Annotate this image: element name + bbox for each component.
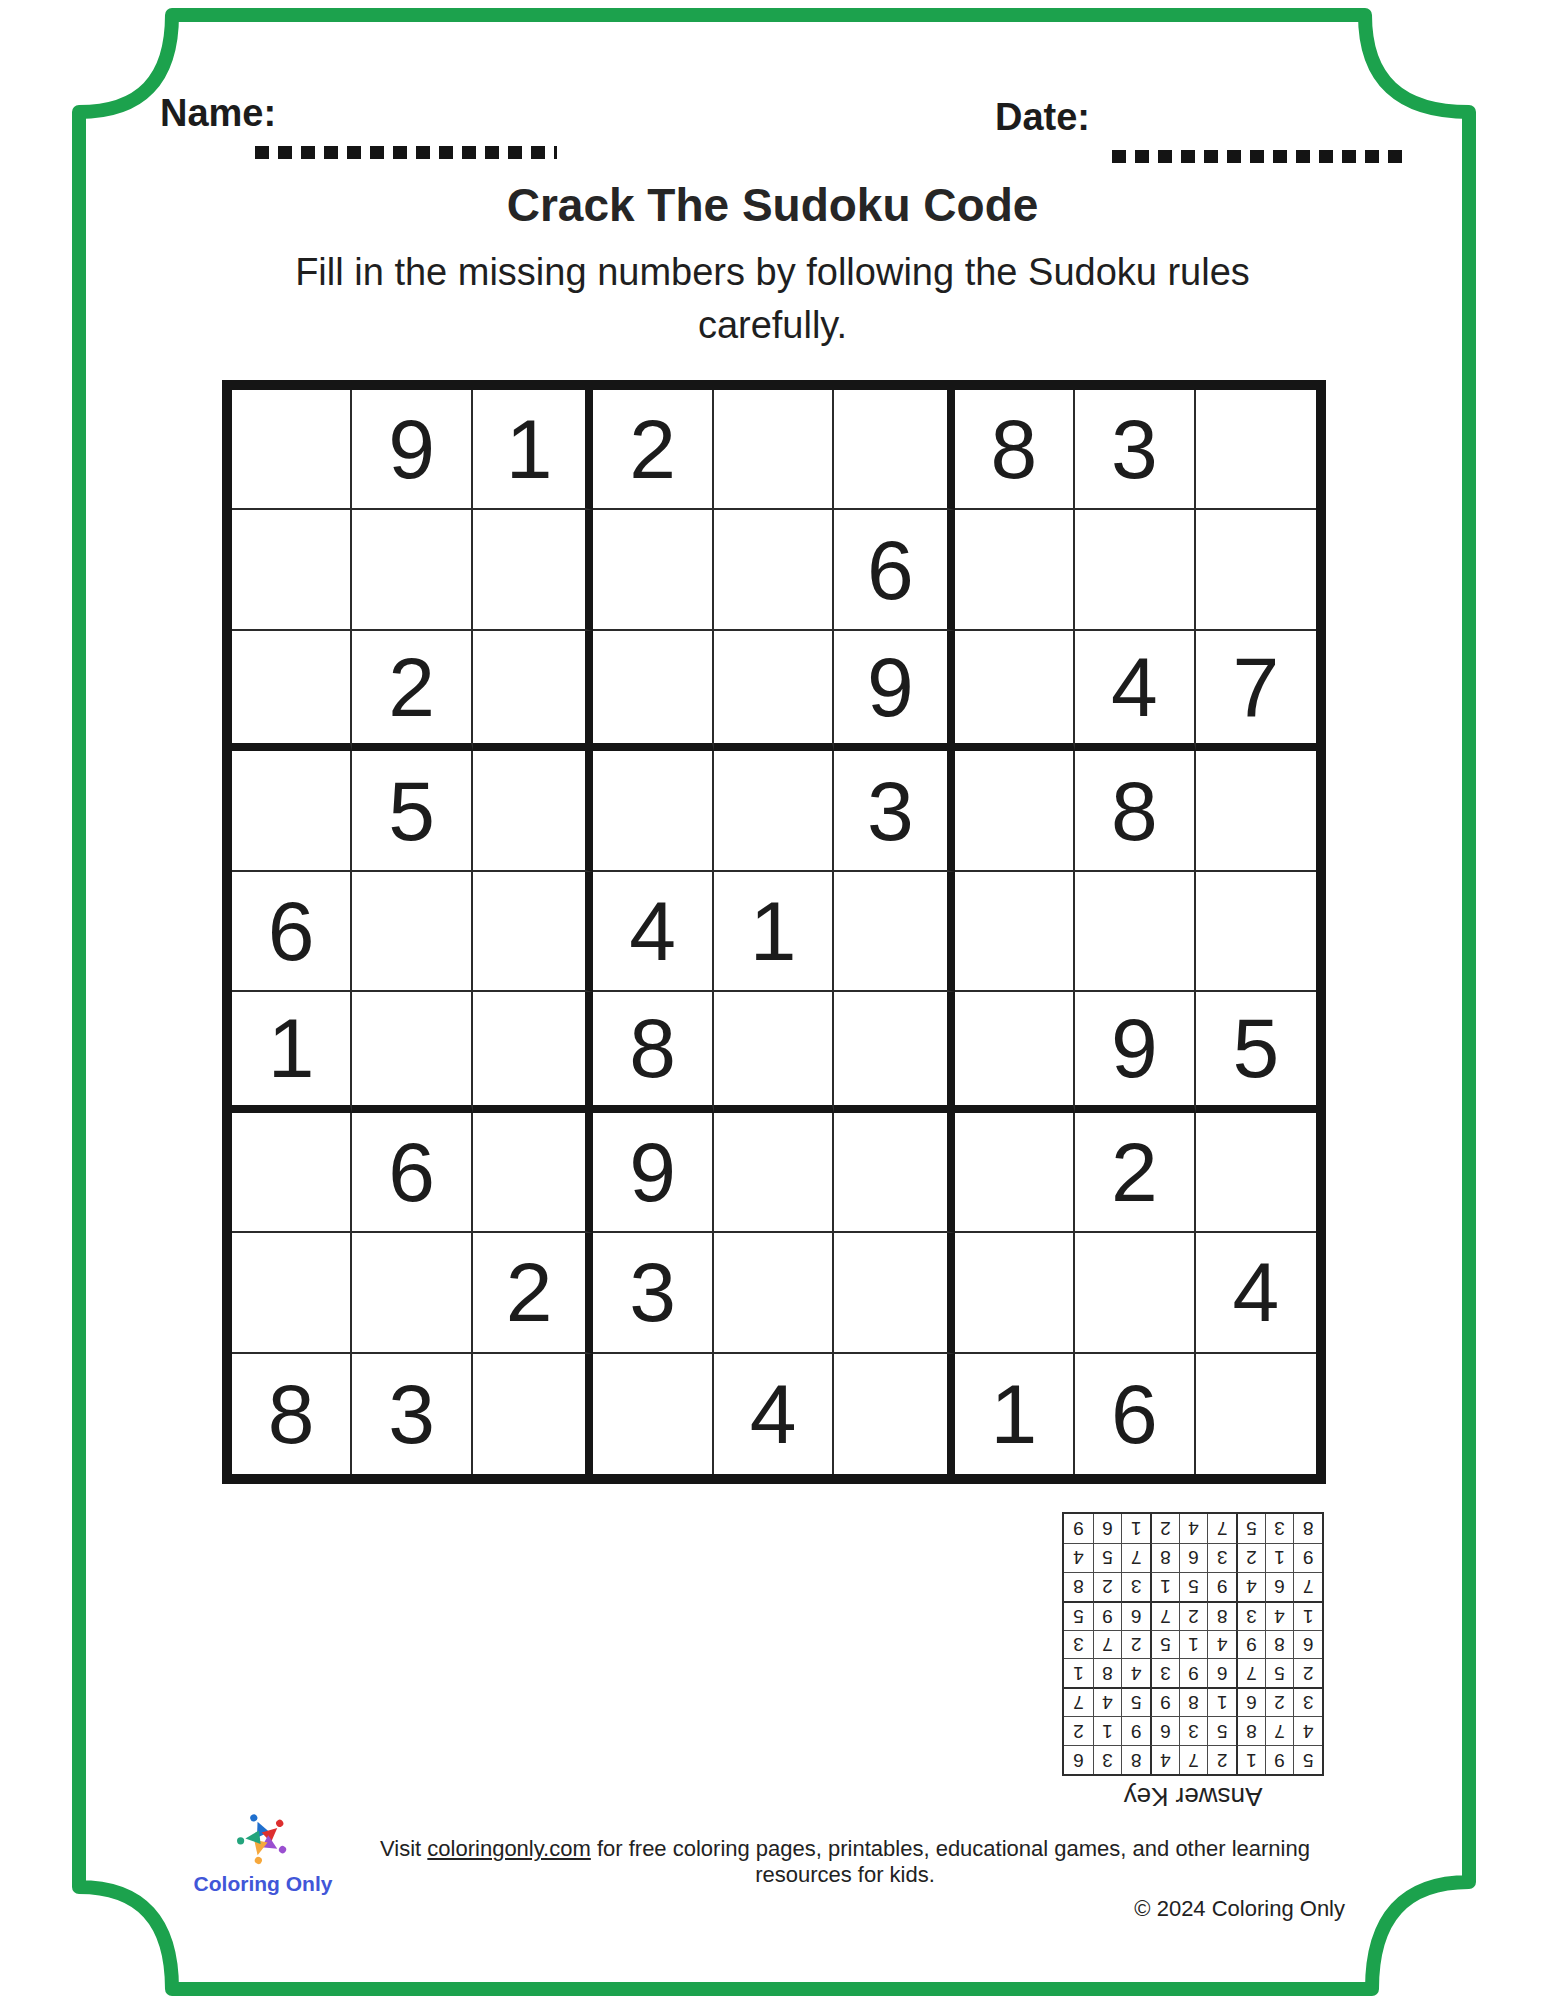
date-fill-line[interactable] [1112, 150, 1404, 163]
answer-key-cell-r7c5: 5 [1179, 1572, 1208, 1601]
sudoku-cell-r1c3: 1 [473, 390, 593, 510]
answer-key-cell-r6c6: 7 [1150, 1601, 1179, 1630]
answer-key-grid: 5912748364785369123261895472576934816894… [1062, 1512, 1324, 1776]
answer-key-cell-r5c2: 8 [1265, 1630, 1294, 1659]
answer-key-cell-r3c2: 2 [1265, 1687, 1294, 1716]
sudoku-cell-r9c5: 4 [714, 1354, 834, 1474]
sudoku-cell-r4c7[interactable] [955, 751, 1075, 871]
sudoku-cell-r9c9[interactable] [1196, 1354, 1316, 1474]
answer-key-cell-r8c6: 8 [1150, 1543, 1179, 1572]
answer-key-cell-r7c1: 7 [1293, 1572, 1322, 1601]
sudoku-cell-r7c1[interactable] [232, 1113, 352, 1233]
answer-key-cell-r1c7: 8 [1121, 1745, 1150, 1774]
sudoku-cell-r9c7: 1 [955, 1354, 1075, 1474]
sudoku-cell-r4c9[interactable] [1196, 751, 1316, 871]
sudoku-cell-r1c4: 2 [593, 390, 713, 510]
answer-key-cell-r9c6: 2 [1150, 1514, 1179, 1543]
coloringonly-link[interactable]: coloringonly.com [427, 1836, 590, 1861]
copyright-text: © 2024 Coloring Only [345, 1896, 1345, 1922]
answer-key-cell-r5c7: 2 [1121, 1630, 1150, 1659]
answer-key-cell-r5c5: 1 [1179, 1630, 1208, 1659]
answer-key-cell-r8c2: 1 [1265, 1543, 1294, 1572]
sudoku-cell-r2c9[interactable] [1196, 510, 1316, 630]
answer-key-cell-r7c9: 8 [1064, 1572, 1093, 1601]
sudoku-cell-r2c5[interactable] [714, 510, 834, 630]
sudoku-cell-r6c7[interactable] [955, 992, 1075, 1112]
sudoku-cell-r5c1: 6 [232, 872, 352, 992]
footer: Visit coloringonly.com for free coloring… [345, 1836, 1345, 1922]
answer-key-cell-r7c7: 3 [1121, 1572, 1150, 1601]
answer-key-cell-r3c7: 5 [1121, 1687, 1150, 1716]
instructions-line-1: Fill in the missing numbers by following… [0, 246, 1545, 299]
brand-name: Coloring Only [178, 1872, 348, 1896]
sudoku-cell-r2c2[interactable] [352, 510, 472, 630]
answer-key-cell-r3c6: 9 [1150, 1687, 1179, 1716]
answer-key-cell-r2c5: 3 [1179, 1716, 1208, 1745]
answer-key-cell-r9c4: 7 [1207, 1514, 1236, 1543]
sudoku-cell-r1c5[interactable] [714, 390, 834, 510]
answer-key-cell-r7c6: 1 [1150, 1572, 1179, 1601]
sudoku-cell-r8c3: 2 [473, 1233, 593, 1353]
answer-key-cell-r4c1: 2 [1293, 1658, 1322, 1687]
answer-key-cell-r3c1: 3 [1293, 1687, 1322, 1716]
answer-key-cell-r3c9: 7 [1064, 1687, 1093, 1716]
answer-key-cell-r8c7: 7 [1121, 1543, 1150, 1572]
answer-key-cell-r5c3: 9 [1236, 1630, 1265, 1659]
answer-key-cell-r6c3: 3 [1236, 1601, 1265, 1630]
answer-key-section: 5912748364785369123261895472576934816894… [1062, 1512, 1324, 1812]
answer-key-cell-r2c1: 4 [1293, 1716, 1322, 1745]
sudoku-cell-r7c8: 2 [1075, 1113, 1195, 1233]
answer-key-cell-r3c4: 1 [1207, 1687, 1236, 1716]
sudoku-cell-r3c6: 9 [834, 631, 954, 751]
answer-key-cell-r6c9: 5 [1064, 1601, 1093, 1630]
page-instructions: Fill in the missing numbers by following… [0, 246, 1545, 352]
sudoku-cell-r4c6: 3 [834, 751, 954, 871]
answer-key-cell-r4c9: 1 [1064, 1658, 1093, 1687]
answer-key-cell-r9c9: 9 [1064, 1514, 1093, 1543]
answer-key-cell-r1c4: 2 [1207, 1745, 1236, 1774]
name-label: Name: [160, 92, 276, 135]
answer-key-cell-r1c1: 5 [1293, 1745, 1322, 1774]
sudoku-cell-r3c7[interactable] [955, 631, 1075, 751]
answer-key-cell-r6c2: 4 [1265, 1601, 1294, 1630]
answer-key-cell-r1c2: 9 [1265, 1745, 1294, 1774]
answer-key-cell-r6c5: 2 [1179, 1601, 1208, 1630]
sudoku-cell-r3c1[interactable] [232, 631, 352, 751]
sudoku-cell-r7c3[interactable] [473, 1113, 593, 1233]
sudoku-cell-r1c8: 3 [1075, 390, 1195, 510]
answer-key-cell-r8c4: 3 [1207, 1543, 1236, 1572]
sudoku-cell-r2c7[interactable] [955, 510, 1075, 630]
sudoku-cell-r9c4[interactable] [593, 1354, 713, 1474]
sudoku-cell-r6c5[interactable] [714, 992, 834, 1112]
sudoku-cell-r4c8: 8 [1075, 751, 1195, 871]
sudoku-cell-r3c9: 7 [1196, 631, 1316, 751]
sudoku-cell-r8c7[interactable] [955, 1233, 1075, 1353]
sudoku-cell-r7c7[interactable] [955, 1113, 1075, 1233]
answer-key-cell-r2c9: 2 [1064, 1716, 1093, 1745]
sudoku-cell-r4c5[interactable] [714, 751, 834, 871]
answer-key-cell-r5c6: 5 [1150, 1630, 1179, 1659]
answer-key-cell-r2c3: 8 [1236, 1716, 1265, 1745]
sudoku-cell-r6c3[interactable] [473, 992, 593, 1112]
sudoku-cell-r1c1[interactable] [232, 390, 352, 510]
answer-key-cell-r3c5: 8 [1179, 1687, 1208, 1716]
answer-key-cell-r1c3: 1 [1236, 1745, 1265, 1774]
sudoku-cell-r3c5[interactable] [714, 631, 834, 751]
answer-key-cell-r1c5: 7 [1179, 1745, 1208, 1774]
instructions-line-2: carefully. [0, 299, 1545, 352]
answer-key-cell-r4c2: 5 [1265, 1658, 1294, 1687]
sudoku-cell-r3c4[interactable] [593, 631, 713, 751]
sudoku-grid: 9128362947538641189569223483416 [232, 390, 1316, 1474]
sudoku-cell-r9c8: 6 [1075, 1354, 1195, 1474]
sudoku-cell-r7c2: 6 [352, 1113, 472, 1233]
sudoku-cell-r7c5[interactable] [714, 1113, 834, 1233]
sudoku-board: 9128362947538641189569223483416 [222, 380, 1326, 1484]
footer-visit-line: Visit coloringonly.com for free coloring… [345, 1836, 1345, 1888]
worksheet-page: Name: Date: Crack The Sudoku Code Fill i… [0, 0, 1545, 2000]
answer-key-cell-r6c8: 9 [1093, 1601, 1122, 1630]
sudoku-cell-r1c2: 9 [352, 390, 472, 510]
sudoku-cell-r6c4: 8 [593, 992, 713, 1112]
answer-key-cell-r5c8: 7 [1093, 1630, 1122, 1659]
sudoku-cell-r8c8[interactable] [1075, 1233, 1195, 1353]
sudoku-cell-r8c5[interactable] [714, 1233, 834, 1353]
answer-key-label: Answer Key [1062, 1781, 1324, 1812]
answer-key-cell-r9c2: 3 [1265, 1514, 1294, 1543]
answer-key-cell-r7c8: 2 [1093, 1572, 1122, 1601]
answer-key-cell-r4c4: 6 [1207, 1658, 1236, 1687]
sudoku-cell-r9c6[interactable] [834, 1354, 954, 1474]
sudoku-cell-r2c3[interactable] [473, 510, 593, 630]
sudoku-cell-r3c8: 4 [1075, 631, 1195, 751]
sudoku-cell-r6c2[interactable] [352, 992, 472, 1112]
answer-key-cell-r2c8: 1 [1093, 1716, 1122, 1745]
sudoku-cell-r5c9[interactable] [1196, 872, 1316, 992]
sudoku-cell-r6c9: 5 [1196, 992, 1316, 1112]
answer-key-cell-r4c8: 8 [1093, 1658, 1122, 1687]
sudoku-cell-r3c3[interactable] [473, 631, 593, 751]
answer-key-cell-r4c7: 4 [1121, 1658, 1150, 1687]
sudoku-cell-r2c1[interactable] [232, 510, 352, 630]
page-title: Crack The Sudoku Code [0, 178, 1545, 232]
coloring-only-logo [213, 1808, 313, 1872]
sudoku-cell-r1c6[interactable] [834, 390, 954, 510]
sudoku-cell-r5c5: 1 [714, 872, 834, 992]
answer-key-cell-r8c9: 4 [1064, 1543, 1093, 1572]
answer-key-cell-r7c3: 4 [1236, 1572, 1265, 1601]
sudoku-cell-r4c2: 5 [352, 751, 472, 871]
visit-text-prefix: Visit [380, 1836, 427, 1861]
sudoku-cell-r3c2: 2 [352, 631, 472, 751]
answer-key-cell-r3c8: 4 [1093, 1687, 1122, 1716]
sudoku-cell-r5c7[interactable] [955, 872, 1075, 992]
answer-key-cell-r4c5: 9 [1179, 1658, 1208, 1687]
answer-key-cell-r1c8: 3 [1093, 1745, 1122, 1774]
answer-key-cell-r8c1: 9 [1293, 1543, 1322, 1572]
answer-key-cell-r9c8: 6 [1093, 1514, 1122, 1543]
answer-key-cell-r9c3: 5 [1236, 1514, 1265, 1543]
sudoku-cell-r9c2: 3 [352, 1354, 472, 1474]
answer-key-cell-r5c1: 6 [1293, 1630, 1322, 1659]
answer-key-cell-r6c4: 8 [1207, 1601, 1236, 1630]
answer-key-cell-r8c5: 6 [1179, 1543, 1208, 1572]
sudoku-cell-r2c8[interactable] [1075, 510, 1195, 630]
answer-key-cell-r3c3: 6 [1236, 1687, 1265, 1716]
answer-key-cell-r1c6: 4 [1150, 1745, 1179, 1774]
sudoku-cell-r5c4: 4 [593, 872, 713, 992]
sudoku-cell-r7c9[interactable] [1196, 1113, 1316, 1233]
answer-key-cell-r5c9: 3 [1064, 1630, 1093, 1659]
answer-key-cell-r2c6: 6 [1150, 1716, 1179, 1745]
answer-key-cell-r4c6: 3 [1150, 1658, 1179, 1687]
answer-key-cell-r6c1: 1 [1293, 1601, 1322, 1630]
sudoku-cell-r7c4: 9 [593, 1113, 713, 1233]
answer-key-cell-r2c7: 9 [1121, 1716, 1150, 1745]
answer-key-cell-r1c9: 6 [1064, 1745, 1093, 1774]
date-label: Date: [995, 96, 1090, 139]
sudoku-cell-r2c6: 6 [834, 510, 954, 630]
sudoku-cell-r6c1: 1 [232, 992, 352, 1112]
answer-key-cell-r2c2: 7 [1265, 1716, 1294, 1745]
sudoku-cell-r5c6[interactable] [834, 872, 954, 992]
sudoku-cell-r4c3[interactable] [473, 751, 593, 871]
sudoku-cell-r8c6[interactable] [834, 1233, 954, 1353]
sudoku-cell-r5c3[interactable] [473, 872, 593, 992]
answer-key-cell-r9c1: 8 [1293, 1514, 1322, 1543]
sudoku-cell-r4c4[interactable] [593, 751, 713, 871]
sudoku-cell-r5c2[interactable] [352, 872, 472, 992]
answer-key-cell-r7c4: 9 [1207, 1572, 1236, 1601]
sudoku-cell-r2c4[interactable] [593, 510, 713, 630]
sudoku-cell-r8c9: 4 [1196, 1233, 1316, 1353]
sudoku-cell-r5c8[interactable] [1075, 872, 1195, 992]
sudoku-cell-r8c4: 3 [593, 1233, 713, 1353]
sudoku-cell-r8c2[interactable] [352, 1233, 472, 1353]
answer-key-cell-r9c5: 4 [1179, 1514, 1208, 1543]
sudoku-cell-r9c1: 8 [232, 1354, 352, 1474]
name-fill-line[interactable] [255, 146, 557, 159]
sudoku-cell-r6c6[interactable] [834, 992, 954, 1112]
answer-key-cell-r8c3: 2 [1236, 1543, 1265, 1572]
sudoku-cell-r7c6[interactable] [834, 1113, 954, 1233]
sudoku-cell-r6c8: 9 [1075, 992, 1195, 1112]
sudoku-cell-r9c3[interactable] [473, 1354, 593, 1474]
sudoku-cell-r8c1[interactable] [232, 1233, 352, 1353]
answer-key-cell-r7c2: 6 [1265, 1572, 1294, 1601]
answer-key-cell-r4c3: 7 [1236, 1658, 1265, 1687]
answer-key-cell-r8c8: 5 [1093, 1543, 1122, 1572]
answer-key-cell-r6c7: 6 [1121, 1601, 1150, 1630]
visit-text-suffix: for free coloring pages, printables, edu… [591, 1836, 1310, 1887]
five-figure-star-icon [213, 1808, 313, 1872]
answer-key-cell-r2c4: 5 [1207, 1716, 1236, 1745]
answer-key-cell-r9c7: 1 [1121, 1514, 1150, 1543]
sudoku-cell-r1c9[interactable] [1196, 390, 1316, 510]
sudoku-cell-r1c7: 8 [955, 390, 1075, 510]
answer-key-cell-r5c4: 4 [1207, 1630, 1236, 1659]
sudoku-cell-r4c1[interactable] [232, 751, 352, 871]
